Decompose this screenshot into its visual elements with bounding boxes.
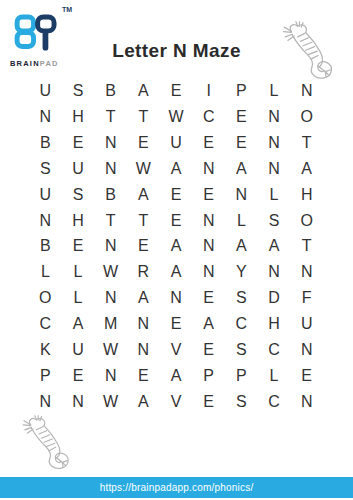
grid-cell-r12c6[interactable]: P bbox=[192, 363, 225, 389]
grid-cell-r12c4[interactable]: E bbox=[127, 363, 160, 389]
newt-icon-top-right bbox=[273, 20, 349, 84]
grid-cell-r1c6[interactable]: I bbox=[192, 78, 225, 104]
grid-cell-r4c7[interactable]: A bbox=[225, 156, 258, 182]
grid-cell-r4c8[interactable]: N bbox=[258, 156, 291, 182]
grid-cell-r8c2[interactable]: L bbox=[62, 259, 95, 285]
grid-cell-r10c8[interactable]: H bbox=[258, 311, 291, 337]
grid-cell-r5c6[interactable]: E bbox=[192, 182, 225, 208]
grid-cell-r5c9[interactable]: H bbox=[290, 182, 323, 208]
brainpad-logo: TM BRAINPAD bbox=[10, 6, 90, 72]
grid-cell-r9c4[interactable]: A bbox=[127, 285, 160, 311]
grid-cell-r3c6[interactable]: E bbox=[192, 130, 225, 156]
grid-cell-r8c7[interactable]: Y bbox=[225, 259, 258, 285]
grid-cell-r13c5[interactable]: V bbox=[160, 389, 193, 415]
grid-cell-r10c4[interactable]: N bbox=[127, 311, 160, 337]
grid-cell-r8c4[interactable]: R bbox=[127, 259, 160, 285]
footer-url-link[interactable]: https://brainpadapp.com/phonics/ bbox=[100, 482, 254, 493]
grid-cell-r8c3[interactable]: W bbox=[94, 259, 127, 285]
letter-grid: USBAEIPLNNHTTWCENOBENEUEENTSUNWANANAUSBA… bbox=[29, 78, 323, 415]
grid-cell-r12c2[interactable]: E bbox=[62, 363, 95, 389]
grid-cell-r6c7[interactable]: L bbox=[225, 208, 258, 234]
grid-cell-r3c1[interactable]: B bbox=[29, 130, 62, 156]
grid-cell-r1c1[interactable]: U bbox=[29, 78, 62, 104]
grid-cell-r9c2[interactable]: L bbox=[62, 285, 95, 311]
grid-cell-r9c1[interactable]: O bbox=[29, 285, 62, 311]
grid-cell-r13c8[interactable]: C bbox=[258, 389, 291, 415]
grid-cell-r7c2[interactable]: E bbox=[62, 234, 95, 260]
grid-cell-r6c4[interactable]: T bbox=[127, 208, 160, 234]
grid-cell-r5c2[interactable]: S bbox=[62, 182, 95, 208]
grid-cell-r9c8[interactable]: D bbox=[258, 285, 291, 311]
grid-cell-r5c7[interactable]: N bbox=[225, 182, 258, 208]
grid-cell-r6c9[interactable]: O bbox=[290, 208, 323, 234]
grid-cell-r8c8[interactable]: N bbox=[258, 259, 291, 285]
footer-bar: https://brainpadapp.com/phonics/ bbox=[0, 477, 353, 498]
grid-cell-r7c7[interactable]: A bbox=[225, 234, 258, 260]
grid-cell-r4c6[interactable]: N bbox=[192, 156, 225, 182]
grid-cell-r7c8[interactable]: A bbox=[258, 234, 291, 260]
grid-cell-r12c9[interactable]: E bbox=[290, 363, 323, 389]
grid-cell-r13c3[interactable]: W bbox=[94, 389, 127, 415]
grid-cell-r2c5[interactable]: W bbox=[160, 104, 193, 130]
grid-cell-r1c8[interactable]: L bbox=[258, 78, 291, 104]
grid-cell-r10c2[interactable]: A bbox=[62, 311, 95, 337]
grid-cell-r4c5[interactable]: A bbox=[160, 156, 193, 182]
grid-cell-r6c5[interactable]: E bbox=[160, 208, 193, 234]
grid-cell-r12c7[interactable]: P bbox=[225, 363, 258, 389]
grid-cell-r12c8[interactable]: L bbox=[258, 363, 291, 389]
grid-cell-r4c9[interactable]: A bbox=[290, 156, 323, 182]
grid-cell-r13c2[interactable]: N bbox=[62, 389, 95, 415]
grid-cell-r11c3[interactable]: W bbox=[94, 337, 127, 363]
grid-cell-r5c3[interactable]: B bbox=[94, 182, 127, 208]
grid-cell-r11c2[interactable]: U bbox=[62, 337, 95, 363]
grid-cell-r8c1[interactable]: L bbox=[29, 259, 62, 285]
grid-cell-r5c5[interactable]: E bbox=[160, 182, 193, 208]
grid-cell-r2c4[interactable]: T bbox=[127, 104, 160, 130]
grid-cell-r3c4[interactable]: E bbox=[127, 130, 160, 156]
grid-cell-r1c7[interactable]: P bbox=[225, 78, 258, 104]
grid-cell-r10c3[interactable]: M bbox=[94, 311, 127, 337]
grid-cell-r3c5[interactable]: U bbox=[160, 130, 193, 156]
grid-cell-r7c5[interactable]: A bbox=[160, 234, 193, 260]
grid-cell-r10c6[interactable]: A bbox=[192, 311, 225, 337]
grid-cell-r4c2[interactable]: U bbox=[62, 156, 95, 182]
grid-cell-r13c7[interactable]: S bbox=[225, 389, 258, 415]
grid-cell-r12c3[interactable]: N bbox=[94, 363, 127, 389]
trademark-label: TM bbox=[62, 6, 72, 13]
grid-cell-r6c2[interactable]: H bbox=[62, 208, 95, 234]
grid-cell-r7c1[interactable]: B bbox=[29, 234, 62, 260]
grid-cell-r3c2[interactable]: E bbox=[62, 130, 95, 156]
grid-cell-r13c1[interactable]: N bbox=[29, 389, 62, 415]
grid-cell-r6c1[interactable]: N bbox=[29, 208, 62, 234]
grid-cell-r3c8[interactable]: N bbox=[258, 130, 291, 156]
grid-cell-r10c5[interactable]: E bbox=[160, 311, 193, 337]
grid-cell-r11c1[interactable]: K bbox=[29, 337, 62, 363]
grid-cell-r1c5[interactable]: E bbox=[160, 78, 193, 104]
worksheet-page: TM BRAINPAD Letter N Maze USBAEIPLNNHTTW… bbox=[0, 0, 353, 500]
grid-cell-r10c7[interactable]: C bbox=[225, 311, 258, 337]
grid-cell-r5c8[interactable]: L bbox=[258, 182, 291, 208]
grid-cell-r11c9[interactable]: N bbox=[290, 337, 323, 363]
grid-cell-r12c1[interactable]: P bbox=[29, 363, 62, 389]
grid-cell-r6c3[interactable]: T bbox=[94, 208, 127, 234]
grid-cell-r2c3[interactable]: T bbox=[94, 104, 127, 130]
grid-cell-r13c6[interactable]: E bbox=[192, 389, 225, 415]
grid-cell-r6c6[interactable]: N bbox=[192, 208, 225, 234]
grid-cell-r2c9[interactable]: O bbox=[290, 104, 323, 130]
grid-cell-r2c7[interactable]: E bbox=[225, 104, 258, 130]
grid-cell-r1c3[interactable]: B bbox=[94, 78, 127, 104]
grid-cell-r1c2[interactable]: S bbox=[62, 78, 95, 104]
grid-cell-r5c4[interactable]: A bbox=[127, 182, 160, 208]
grid-cell-r13c4[interactable]: A bbox=[127, 389, 160, 415]
grid-cell-r12c5[interactable]: A bbox=[160, 363, 193, 389]
grid-cell-r4c3[interactable]: N bbox=[94, 156, 127, 182]
grid-cell-r5c1[interactable]: U bbox=[29, 182, 62, 208]
grid-cell-r11c5[interactable]: V bbox=[160, 337, 193, 363]
grid-cell-r9c9[interactable]: F bbox=[290, 285, 323, 311]
grid-cell-r11c7[interactable]: S bbox=[225, 337, 258, 363]
grid-cell-r7c9[interactable]: T bbox=[290, 234, 323, 260]
grid-cell-r10c9[interactable]: U bbox=[290, 311, 323, 337]
grid-cell-r11c8[interactable]: C bbox=[258, 337, 291, 363]
grid-cell-r3c9[interactable]: T bbox=[290, 130, 323, 156]
grid-cell-r13c9[interactable]: N bbox=[290, 389, 323, 415]
grid-cell-r2c2[interactable]: H bbox=[62, 104, 95, 130]
grid-cell-r2c8[interactable]: N bbox=[258, 104, 291, 130]
grid-cell-r7c6[interactable]: N bbox=[192, 234, 225, 260]
grid-cell-r1c9[interactable]: N bbox=[290, 78, 323, 104]
grid-cell-r10c1[interactable]: C bbox=[29, 311, 62, 337]
grid-cell-r7c3[interactable]: N bbox=[94, 234, 127, 260]
grid-cell-r7c4[interactable]: E bbox=[127, 234, 160, 260]
grid-cell-r9c6[interactable]: E bbox=[192, 285, 225, 311]
grid-cell-r11c6[interactable]: E bbox=[192, 337, 225, 363]
grid-cell-r1c4[interactable]: A bbox=[127, 78, 160, 104]
grid-cell-r9c5[interactable]: N bbox=[160, 285, 193, 311]
grid-cell-r4c1[interactable]: S bbox=[29, 156, 62, 182]
grid-cell-r8c9[interactable]: N bbox=[290, 259, 323, 285]
grid-cell-r9c7[interactable]: S bbox=[225, 285, 258, 311]
grid-cell-r8c6[interactable]: N bbox=[192, 259, 225, 285]
grid-cell-r4c4[interactable]: W bbox=[127, 156, 160, 182]
newt-icon-bottom-left bbox=[14, 414, 84, 474]
grid-cell-r11c4[interactable]: N bbox=[127, 337, 160, 363]
grid-cell-r3c7[interactable]: E bbox=[225, 130, 258, 156]
grid-cell-r9c3[interactable]: N bbox=[94, 285, 127, 311]
grid-cell-r3c3[interactable]: N bbox=[94, 130, 127, 156]
grid-cell-r6c8[interactable]: S bbox=[258, 208, 291, 234]
grid-cell-r2c1[interactable]: N bbox=[29, 104, 62, 130]
grid-cell-r2c6[interactable]: C bbox=[192, 104, 225, 130]
grid-cell-r8c5[interactable]: A bbox=[160, 259, 193, 285]
